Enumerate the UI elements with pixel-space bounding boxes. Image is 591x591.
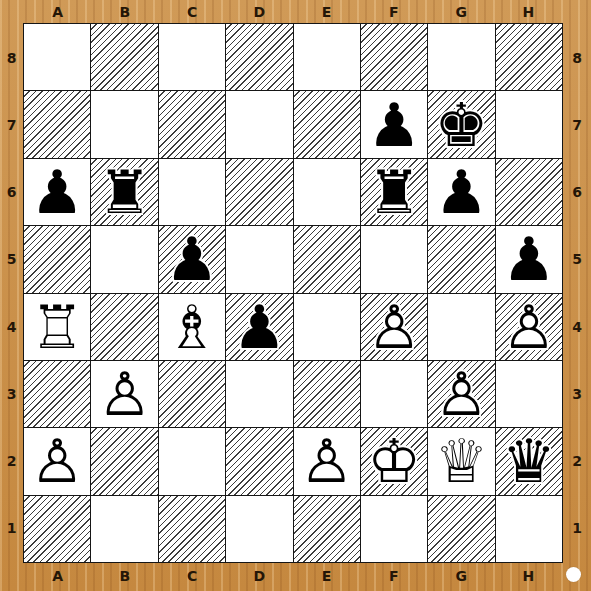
file-label-top-0: A [24,0,91,23]
file-labels-bottom: ABCDEFGH [24,563,562,589]
piece-white-pawn[interactable]: ♙ [428,361,494,427]
square-f7[interactable]: ♟ [361,91,427,157]
piece-white-king[interactable]: ♔ [361,428,427,494]
square-g8[interactable] [428,24,494,90]
file-label-bottom-0: A [24,563,91,589]
rank-label-left-1: 7 [0,91,23,158]
piece-white-pawn[interactable]: ♙ [496,294,562,360]
rank-label-left-5: 3 [0,360,23,427]
piece-white-pawn[interactable]: ♙ [24,428,90,494]
square-c6[interactable] [159,159,225,225]
rank-labels-right: 87654321 [563,24,591,562]
square-b6[interactable]: ♜ [91,159,157,225]
square-a5[interactable] [24,226,90,292]
square-h1[interactable] [496,496,562,562]
square-b2[interactable] [91,428,157,494]
piece-black-queen[interactable]: ♛ [496,428,562,494]
square-h8[interactable] [496,24,562,90]
square-c1[interactable] [159,496,225,562]
square-c8[interactable] [159,24,225,90]
piece-black-pawn[interactable]: ♟ [159,226,225,292]
square-c5[interactable]: ♟ [159,226,225,292]
file-label-bottom-5: F [360,563,427,589]
file-labels-top: ABCDEFGH [24,0,562,23]
square-b4[interactable] [91,294,157,360]
piece-black-king[interactable]: ♚ [428,92,494,158]
file-label-top-4: E [293,0,360,23]
square-c3[interactable] [159,361,225,427]
square-e5[interactable] [294,226,360,292]
square-f8[interactable] [361,24,427,90]
square-g5[interactable] [428,226,494,292]
file-label-top-2: C [159,0,226,23]
square-f6[interactable]: ♜ [361,159,427,225]
rank-label-right-5: 3 [563,360,591,427]
square-b7[interactable] [91,91,157,157]
square-g3[interactable]: ♙ [428,361,494,427]
square-a8[interactable] [24,24,90,90]
square-d2[interactable] [226,428,292,494]
piece-black-rook[interactable]: ♜ [361,159,427,225]
file-label-bottom-1: B [91,563,158,589]
square-g4[interactable] [428,294,494,360]
square-h3[interactable] [496,361,562,427]
rank-label-right-0: 8 [563,24,591,91]
white-to-move-indicator [566,567,581,582]
square-g7[interactable]: ♚ [428,91,494,157]
square-a1[interactable] [24,496,90,562]
rank-label-right-4: 4 [563,293,591,360]
square-c4[interactable]: ♗ [159,294,225,360]
file-label-top-6: G [428,0,495,23]
square-a7[interactable] [24,91,90,157]
square-f4[interactable]: ♙ [361,294,427,360]
piece-white-bishop[interactable]: ♗ [159,294,225,360]
piece-black-pawn[interactable]: ♟ [24,159,90,225]
square-h6[interactable] [496,159,562,225]
piece-black-pawn[interactable]: ♟ [226,294,292,360]
square-b8[interactable] [91,24,157,90]
square-a2[interactable]: ♙ [24,428,90,494]
square-e1[interactable] [294,496,360,562]
square-e3[interactable] [294,361,360,427]
square-h5[interactable]: ♟ [496,226,562,292]
rank-label-right-6: 2 [563,428,591,495]
square-d7[interactable] [226,91,292,157]
piece-black-pawn[interactable]: ♟ [428,159,494,225]
piece-black-pawn[interactable]: ♟ [361,92,427,158]
rank-label-right-1: 7 [563,91,591,158]
file-label-top-5: F [360,0,427,23]
piece-white-queen[interactable]: ♕ [428,428,494,494]
piece-black-pawn[interactable]: ♟ [496,226,562,292]
rank-label-left-2: 6 [0,159,23,226]
square-e7[interactable] [294,91,360,157]
square-g6[interactable]: ♟ [428,159,494,225]
file-label-bottom-6: G [428,563,495,589]
file-label-top-3: D [226,0,293,23]
square-h2[interactable]: ♛ [496,428,562,494]
square-a3[interactable] [24,361,90,427]
rank-label-left-7: 1 [0,495,23,562]
square-f2[interactable]: ♔ [361,428,427,494]
square-d4[interactable]: ♟ [226,294,292,360]
square-g2[interactable]: ♕ [428,428,494,494]
file-label-top-1: B [91,0,158,23]
chess-diagram: ABCDEFGH ABCDEFGH 87654321 87654321 ♟♚♟♜… [0,0,591,591]
square-g1[interactable] [428,496,494,562]
file-label-bottom-4: E [293,563,360,589]
square-c7[interactable] [159,91,225,157]
square-d6[interactable] [226,159,292,225]
square-b5[interactable] [91,226,157,292]
square-b3[interactable]: ♙ [91,361,157,427]
rank-label-right-2: 6 [563,159,591,226]
square-h7[interactable] [496,91,562,157]
square-f1[interactable] [361,496,427,562]
chess-board: ♟♚♟♜♜♟♟♟♖♗♟♙♙♙♙♙♙♔♕♛ [23,23,563,563]
square-d1[interactable] [226,496,292,562]
rank-labels-left: 87654321 [0,24,23,562]
rank-label-right-7: 1 [563,495,591,562]
square-a4[interactable]: ♖ [24,294,90,360]
square-e2[interactable]: ♙ [294,428,360,494]
square-d5[interactable] [226,226,292,292]
square-d8[interactable] [226,24,292,90]
square-f3[interactable] [361,361,427,427]
rank-label-left-6: 2 [0,428,23,495]
file-label-bottom-3: D [226,563,293,589]
piece-white-pawn[interactable]: ♙ [91,361,157,427]
square-b1[interactable] [91,496,157,562]
square-c2[interactable] [159,428,225,494]
piece-white-pawn[interactable]: ♙ [294,428,360,494]
file-label-top-7: H [495,0,562,23]
square-e6[interactable] [294,159,360,225]
square-e8[interactable] [294,24,360,90]
square-a6[interactable]: ♟ [24,159,90,225]
file-label-bottom-7: H [495,563,562,589]
rank-label-left-0: 8 [0,24,23,91]
piece-white-rook[interactable]: ♖ [24,294,90,360]
square-f5[interactable] [361,226,427,292]
square-h4[interactable]: ♙ [496,294,562,360]
piece-white-pawn[interactable]: ♙ [361,294,427,360]
rank-label-right-3: 5 [563,226,591,293]
square-d3[interactable] [226,361,292,427]
piece-black-rook[interactable]: ♜ [91,159,157,225]
file-label-bottom-2: C [159,563,226,589]
rank-label-left-3: 5 [0,226,23,293]
square-e4[interactable] [294,294,360,360]
rank-label-left-4: 4 [0,293,23,360]
